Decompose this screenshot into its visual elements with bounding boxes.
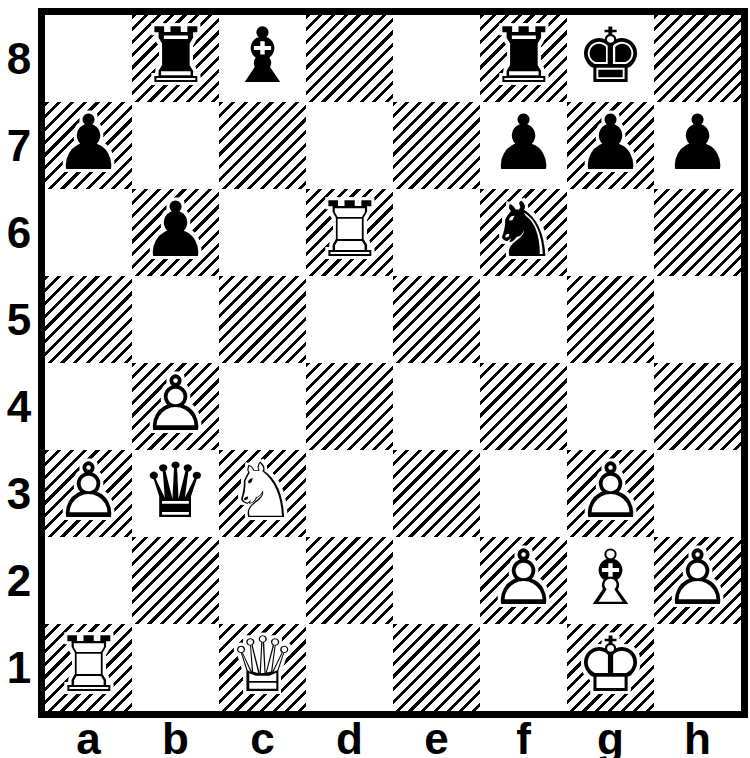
square-e6[interactable] [393,189,480,276]
file-label-b: b [132,714,219,758]
white-knight[interactable]: ♞♘ [219,450,306,537]
square-c6[interactable] [219,189,306,276]
white-pawn-icon: ♙ [489,540,557,616]
square-d8[interactable] [306,15,393,102]
square-c3[interactable]: ♞♘ [219,450,306,537]
square-d1[interactable] [306,624,393,711]
black-king[interactable]: ♚♚ [567,15,654,102]
black-rook-icon: ♜ [141,18,209,94]
black-king-icon: ♚ [576,18,644,94]
black-pawn[interactable]: ♟♟ [132,189,219,276]
square-f4[interactable] [480,363,567,450]
black-pawn[interactable]: ♟♟ [480,102,567,189]
black-rook-icon: ♜ [489,18,557,94]
white-pawn-icon: ♙ [141,366,209,442]
file-labels: abcdefgh [45,714,741,758]
file-label-h: h [654,714,741,758]
file-label-a: a [45,714,132,758]
white-bishop-icon: ♗ [576,540,644,616]
square-g6[interactable] [567,189,654,276]
square-h8[interactable] [654,15,741,102]
square-b1[interactable] [132,624,219,711]
square-e3[interactable] [393,450,480,537]
square-d2[interactable] [306,537,393,624]
square-g5[interactable] [567,276,654,363]
square-b5[interactable] [132,276,219,363]
square-a2[interactable] [45,537,132,624]
square-b2[interactable] [132,537,219,624]
square-f7[interactable]: ♟♟ [480,102,567,189]
black-pawn-icon: ♟ [489,105,557,181]
black-pawn-icon: ♟ [663,105,731,181]
square-b3[interactable]: ♛♛ [132,450,219,537]
square-f1[interactable] [480,624,567,711]
square-c1[interactable]: ♛♕ [219,624,306,711]
square-g1[interactable]: ♚♔ [567,624,654,711]
white-king-icon: ♔ [576,627,644,703]
square-c5[interactable] [219,276,306,363]
square-c7[interactable] [219,102,306,189]
square-h6[interactable] [654,189,741,276]
white-pawn[interactable]: ♟♙ [480,537,567,624]
black-pawn[interactable]: ♟♟ [654,102,741,189]
square-f8[interactable]: ♜♜ [480,15,567,102]
rank-label-3: 3 [0,450,38,537]
square-h7[interactable]: ♟♟ [654,102,741,189]
square-d3[interactable] [306,450,393,537]
board-squares: ♜♜♝♝♜♜♚♚♟♟♟♟♟♟♟♟♟♟♜♖♞♞♟♙♟♙♛♛♞♘♟♙♟♙♝♗♟♙♜♖… [45,15,741,711]
black-queen-icon: ♛ [141,453,209,529]
square-c2[interactable] [219,537,306,624]
black-knight[interactable]: ♞♞ [480,189,567,276]
white-rook-icon: ♖ [54,627,122,703]
rank-labels: 87654321 [0,15,38,711]
black-knight-icon: ♞ [489,192,557,268]
white-rook-icon: ♖ [315,192,383,268]
square-g7[interactable]: ♟♟ [567,102,654,189]
square-a6[interactable] [45,189,132,276]
square-d4[interactable] [306,363,393,450]
file-label-f: f [480,714,567,758]
square-d5[interactable] [306,276,393,363]
square-b7[interactable] [132,102,219,189]
square-g2[interactable]: ♝♗ [567,537,654,624]
white-pawn-icon: ♙ [663,540,731,616]
white-bishop[interactable]: ♝♗ [567,537,654,624]
square-h5[interactable] [654,276,741,363]
square-f6[interactable]: ♞♞ [480,189,567,276]
white-rook[interactable]: ♜♖ [45,624,132,711]
square-e2[interactable] [393,537,480,624]
rank-label-5: 5 [0,276,38,363]
rank-label-8: 8 [0,15,38,102]
black-bishop[interactable]: ♝♝ [219,15,306,102]
white-queen-icon: ♕ [228,627,296,703]
square-b6[interactable]: ♟♟ [132,189,219,276]
white-pawn[interactable]: ♟♙ [567,450,654,537]
square-a5[interactable] [45,276,132,363]
chess-board: ♜♜♝♝♜♜♚♚♟♟♟♟♟♟♟♟♟♟♜♖♞♞♟♙♟♙♛♛♞♘♟♙♟♙♝♗♟♙♜♖… [38,8,748,718]
square-a8[interactable] [45,15,132,102]
square-a1[interactable]: ♜♖ [45,624,132,711]
square-b4[interactable]: ♟♙ [132,363,219,450]
black-rook[interactable]: ♜♜ [480,15,567,102]
square-e5[interactable] [393,276,480,363]
square-f3[interactable] [480,450,567,537]
white-pawn[interactable]: ♟♙ [132,363,219,450]
black-pawn[interactable]: ♟♟ [45,102,132,189]
square-h2[interactable]: ♟♙ [654,537,741,624]
rank-label-1: 1 [0,624,38,711]
black-pawn[interactable]: ♟♟ [567,102,654,189]
square-a4[interactable] [45,363,132,450]
black-pawn-icon: ♟ [141,192,209,268]
white-pawn-icon: ♙ [54,453,122,529]
square-g4[interactable] [567,363,654,450]
square-e7[interactable] [393,102,480,189]
square-b8[interactable]: ♜♜ [132,15,219,102]
square-a7[interactable]: ♟♟ [45,102,132,189]
rank-label-7: 7 [0,102,38,189]
black-queen[interactable]: ♛♛ [132,450,219,537]
rank-label-4: 4 [0,363,38,450]
white-pawn[interactable]: ♟♙ [654,537,741,624]
black-pawn-icon: ♟ [54,105,122,181]
black-pawn-icon: ♟ [576,105,644,181]
square-d6[interactable]: ♜♖ [306,189,393,276]
square-e4[interactable] [393,363,480,450]
file-label-e: e [393,714,480,758]
file-label-d: d [306,714,393,758]
square-f2[interactable]: ♟♙ [480,537,567,624]
square-a3[interactable]: ♟♙ [45,450,132,537]
white-pawn[interactable]: ♟♙ [45,450,132,537]
square-g8[interactable]: ♚♚ [567,15,654,102]
square-h3[interactable] [654,450,741,537]
square-c8[interactable]: ♝♝ [219,15,306,102]
square-h1[interactable] [654,624,741,711]
black-bishop-icon: ♝ [228,18,296,94]
white-rook[interactable]: ♜♖ [306,189,393,276]
square-e1[interactable] [393,624,480,711]
square-d7[interactable] [306,102,393,189]
square-g3[interactable]: ♟♙ [567,450,654,537]
file-label-g: g [567,714,654,758]
chess-diagram: 87654321 ♜♜♝♝♜♜♚♚♟♟♟♟♟♟♟♟♟♟♜♖♞♞♟♙♟♙♛♛♞♘♟… [0,0,750,758]
file-label-c: c [219,714,306,758]
square-e8[interactable] [393,15,480,102]
white-pawn-icon: ♙ [576,453,644,529]
rank-label-2: 2 [0,537,38,624]
square-h4[interactable] [654,363,741,450]
square-c4[interactable] [219,363,306,450]
black-rook[interactable]: ♜♜ [132,15,219,102]
white-king[interactable]: ♚♔ [567,624,654,711]
white-knight-icon: ♘ [228,453,296,529]
rank-label-6: 6 [0,189,38,276]
white-queen[interactable]: ♛♕ [219,624,306,711]
square-f5[interactable] [480,276,567,363]
